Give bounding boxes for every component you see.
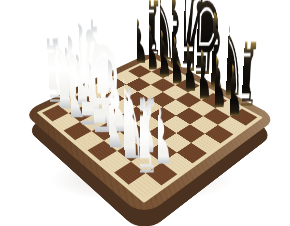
piece-glyph: ♟ <box>215 57 247 127</box>
white-rook[interactable]: ♜ <box>140 86 141 188</box>
square-h1[interactable]: ♜ <box>129 173 162 197</box>
chess-set-photo: ♜♞♝♛♚♝♞♜♟♟♟♟♟♟♟♟♟♟♟♟♟♟♟♟♜♞♝♛♚♝♞♜ <box>0 0 290 226</box>
black-pawn[interactable]: ♟ <box>229 57 232 127</box>
piece-glyph: ♜ <box>118 86 162 188</box>
